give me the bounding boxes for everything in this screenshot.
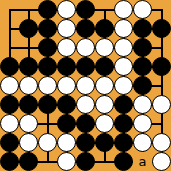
white-stone: [19, 114, 38, 133]
black-stone: [38, 19, 57, 38]
white-stone: [38, 133, 57, 152]
black-stone: [38, 57, 57, 76]
black-stone: [57, 95, 76, 114]
black-stone: [38, 38, 57, 57]
white-stone: [38, 76, 57, 95]
black-stone: [76, 114, 95, 133]
white-stone: [114, 0, 133, 19]
white-stone: [76, 76, 95, 95]
white-stone: [152, 133, 171, 152]
white-stone: [133, 95, 152, 114]
white-stone: [0, 114, 19, 133]
white-stone: [76, 38, 95, 57]
go-board[interactable]: a: [0, 0, 171, 171]
white-stone: [114, 19, 133, 38]
black-stone: [76, 152, 95, 171]
black-stone: [95, 19, 114, 38]
white-stone: [57, 19, 76, 38]
white-stone: [57, 0, 76, 19]
white-stone: [19, 133, 38, 152]
black-stone: [19, 19, 38, 38]
black-stone: [95, 133, 114, 152]
white-stone: [133, 133, 152, 152]
white-stone: [0, 76, 19, 95]
black-stone: [152, 57, 171, 76]
white-stone: [152, 95, 171, 114]
black-stone: [133, 57, 152, 76]
white-stone: [57, 133, 76, 152]
black-stone: [0, 57, 19, 76]
black-stone: [133, 38, 152, 57]
black-stone: [19, 57, 38, 76]
black-stone: [152, 19, 171, 38]
black-stone: [76, 57, 95, 76]
black-stone: [57, 114, 76, 133]
black-stone: [19, 152, 38, 171]
white-stone: [76, 95, 95, 114]
black-stone: [95, 57, 114, 76]
black-stone: [76, 133, 95, 152]
black-stone: [57, 57, 76, 76]
white-stone: [152, 152, 171, 171]
white-stone: [95, 38, 114, 57]
white-stone: [95, 114, 114, 133]
black-stone: [133, 19, 152, 38]
point-label-a[interactable]: a: [133, 152, 152, 171]
white-stone: [19, 76, 38, 95]
black-stone: [114, 114, 133, 133]
black-stone: [133, 76, 152, 95]
white-stone: [114, 38, 133, 57]
black-stone: [0, 95, 19, 114]
black-stone: [114, 133, 133, 152]
black-stone: [114, 152, 133, 171]
black-stone: [0, 133, 19, 152]
black-stone: [19, 95, 38, 114]
white-stone: [57, 76, 76, 95]
white-stone: [133, 0, 152, 19]
white-stone: [57, 38, 76, 57]
black-stone: [76, 0, 95, 19]
white-stone: [133, 114, 152, 133]
white-stone: [57, 152, 76, 171]
black-stone: [0, 152, 19, 171]
white-stone: [95, 95, 114, 114]
white-stone: [114, 76, 133, 95]
black-stone: [38, 95, 57, 114]
white-stone: [95, 76, 114, 95]
black-stone: [38, 0, 57, 19]
black-stone: [76, 19, 95, 38]
white-stone: [114, 57, 133, 76]
black-stone: [114, 95, 133, 114]
